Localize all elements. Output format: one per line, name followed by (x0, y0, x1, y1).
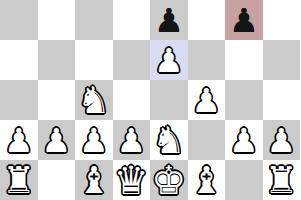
white-queen[interactable]: ♛ (114, 161, 149, 200)
square-c4[interactable] (75, 40, 113, 80)
square-d3[interactable] (113, 80, 151, 120)
square-e5[interactable]: ♟ (150, 0, 188, 40)
square-f4[interactable] (188, 40, 226, 80)
black-pawn[interactable]: ♟ (229, 1, 259, 41)
square-a1[interactable]: ♜ (0, 160, 38, 200)
square-e3[interactable] (150, 80, 188, 120)
square-b4[interactable] (38, 40, 76, 80)
square-c3[interactable]: ♞ (75, 80, 113, 120)
square-h4[interactable] (263, 40, 301, 80)
white-rook[interactable]: ♜ (265, 161, 298, 200)
square-f3[interactable]: ♟ (188, 80, 226, 120)
square-e2[interactable]: ♞ (150, 120, 188, 160)
white-pawn[interactable]: ♟ (79, 121, 109, 161)
black-pawn[interactable]: ♟ (154, 1, 184, 41)
square-c2[interactable]: ♟ (75, 120, 113, 160)
square-g2[interactable]: ♟ (225, 120, 263, 160)
square-c1[interactable]: ♝ (75, 160, 113, 200)
white-pawn[interactable]: ♟ (191, 81, 221, 121)
white-pawn[interactable]: ♟ (41, 121, 71, 161)
square-d5[interactable] (113, 0, 151, 40)
white-king[interactable]: ♚ (151, 161, 186, 200)
square-a3[interactable] (0, 80, 38, 120)
square-e1[interactable]: ♚ (150, 160, 188, 200)
square-d4[interactable] (113, 40, 151, 80)
square-b3[interactable] (38, 80, 76, 120)
square-a5[interactable] (0, 0, 38, 40)
white-knight[interactable]: ♞ (152, 121, 185, 161)
square-g4[interactable] (225, 40, 263, 80)
square-g1[interactable] (225, 160, 263, 200)
square-h2[interactable]: ♟ (263, 120, 301, 160)
white-bishop[interactable]: ♝ (77, 161, 110, 200)
square-g3[interactable] (225, 80, 263, 120)
white-knight[interactable]: ♞ (77, 81, 110, 121)
chess-board: ♟♟♟♞♟♟♟♟♟♞♟♟♜♝♛♚♝♜ (0, 0, 300, 200)
square-h1[interactable]: ♜ (263, 160, 301, 200)
white-bishop[interactable]: ♝ (190, 161, 223, 200)
square-f5[interactable] (188, 0, 226, 40)
square-f2[interactable] (188, 120, 226, 160)
square-a4[interactable] (0, 40, 38, 80)
white-pawn[interactable]: ♟ (266, 121, 296, 161)
white-pawn[interactable]: ♟ (229, 121, 259, 161)
square-h3[interactable] (263, 80, 301, 120)
square-b1[interactable] (38, 160, 76, 200)
white-pawn[interactable]: ♟ (116, 121, 146, 161)
square-g5[interactable]: ♟ (225, 0, 263, 40)
square-b5[interactable] (38, 0, 76, 40)
chess-app-window: ♟♟♟♞♟♟♟♟♟♞♟♟♜♝♛♚♝♜ (0, 0, 300, 200)
white-pawn[interactable]: ♟ (154, 41, 184, 81)
square-d2[interactable]: ♟ (113, 120, 151, 160)
square-h5[interactable] (263, 0, 301, 40)
square-e4[interactable]: ♟ (150, 40, 188, 80)
square-d1[interactable]: ♛ (113, 160, 151, 200)
square-c5[interactable] (75, 0, 113, 40)
white-rook[interactable]: ♜ (2, 161, 35, 200)
square-b2[interactable]: ♟ (38, 120, 76, 160)
white-pawn[interactable]: ♟ (4, 121, 34, 161)
square-a2[interactable]: ♟ (0, 120, 38, 160)
square-f1[interactable]: ♝ (188, 160, 226, 200)
